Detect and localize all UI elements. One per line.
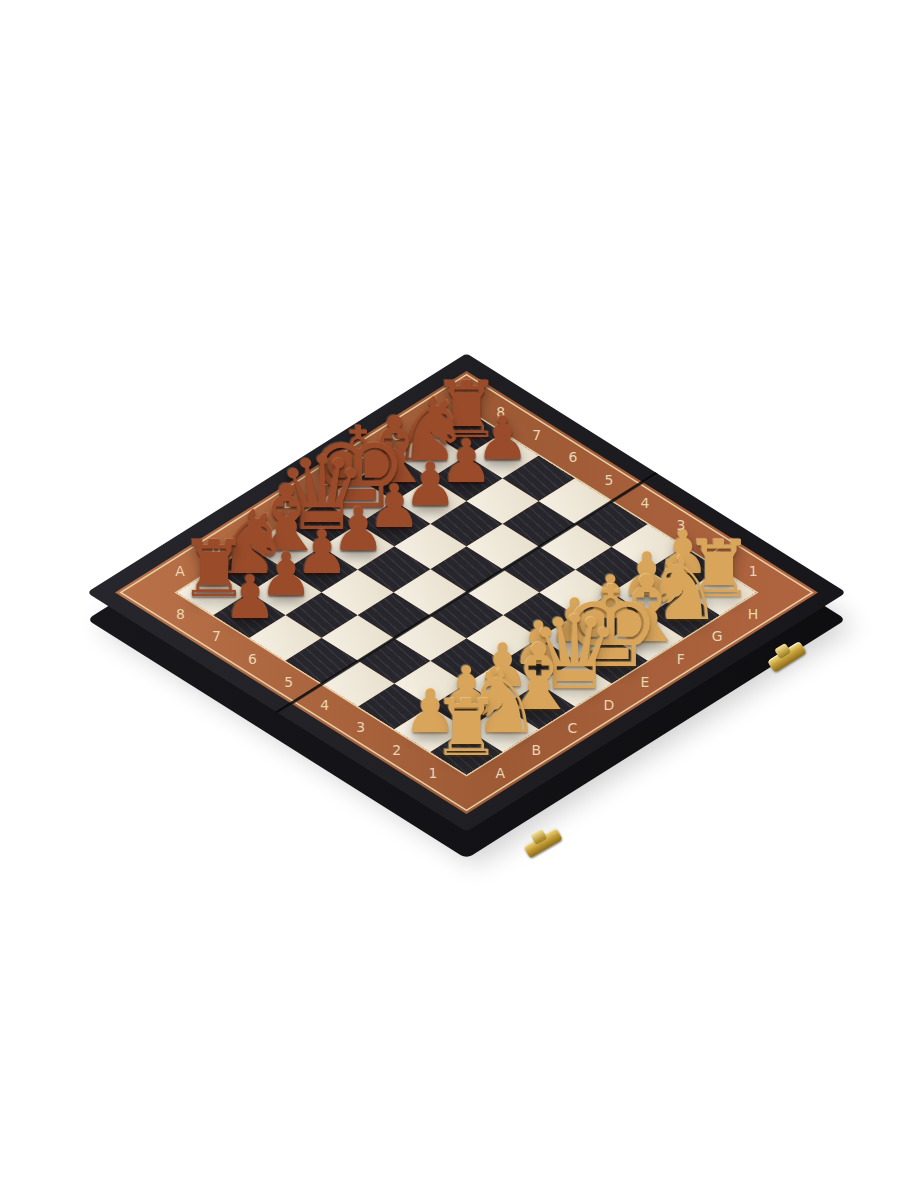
file-label: A	[175, 564, 185, 578]
rank-label: 3	[356, 721, 365, 735]
rank-label: 6	[248, 652, 257, 666]
brass-clasp-icon	[523, 827, 563, 858]
chess-set-photo: ABCDEFGH ABCDEFGH 87654321 87654321 ♜♞♝♛…	[0, 0, 900, 1200]
file-label: B	[211, 542, 221, 556]
rank-label: 7	[211, 629, 220, 643]
rank-label: 3	[676, 519, 685, 533]
file-label: D	[603, 698, 614, 712]
rank-label: 7	[532, 428, 541, 442]
file-label: E	[640, 675, 649, 689]
rank-label: 4	[320, 698, 329, 712]
file-label: H	[748, 607, 759, 621]
rank-label: 6	[568, 450, 577, 464]
rank-label: 8	[496, 405, 505, 419]
file-label: E	[320, 473, 329, 487]
file-label: C	[247, 519, 257, 533]
file-label: C	[568, 721, 578, 735]
file-label: G	[391, 428, 402, 442]
file-label: G	[712, 629, 723, 643]
file-label: D	[283, 496, 294, 510]
file-label: B	[531, 743, 541, 757]
rank-label: 1	[749, 564, 758, 578]
file-label: H	[428, 405, 439, 419]
board-frame: ABCDEFGH ABCDEFGH 87654321 87654321 ♜♞♝♛…	[87, 353, 846, 831]
rank-label: 2	[713, 542, 722, 556]
rank-label: 5	[604, 473, 613, 487]
rank-label: 1	[428, 766, 437, 780]
rank-label: 8	[175, 607, 184, 621]
rank-label: 5	[284, 675, 293, 689]
rank-label: 4	[640, 496, 649, 510]
file-label: F	[677, 652, 685, 666]
file-label: F	[357, 450, 365, 464]
file-label: A	[495, 766, 505, 780]
rank-label: 2	[392, 743, 401, 757]
